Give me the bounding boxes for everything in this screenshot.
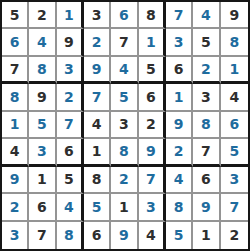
cell-r6c2[interactable]: 3	[29, 139, 56, 166]
cell-r3c5[interactable]: 4	[111, 57, 138, 84]
cell-r9c1[interactable]: 3	[2, 222, 29, 249]
cell-r5c2[interactable]: 5	[29, 112, 56, 139]
cell-r6c7[interactable]: 2	[166, 139, 193, 166]
cell-r5c5[interactable]: 3	[111, 112, 138, 139]
cell-r5c7[interactable]: 9	[166, 112, 193, 139]
cell-r3c3[interactable]: 3	[57, 57, 84, 84]
cell-r3c6[interactable]: 5	[139, 57, 166, 84]
cell-r4c7[interactable]: 1	[166, 84, 193, 111]
cell-r4c4[interactable]: 7	[84, 84, 111, 111]
cell-r9c5[interactable]: 9	[111, 222, 138, 249]
cell-r9c4[interactable]: 6	[84, 222, 111, 249]
cell-r8c3[interactable]: 4	[57, 194, 84, 221]
cell-r5c1[interactable]: 1	[2, 112, 29, 139]
cell-r5c4[interactable]: 4	[84, 112, 111, 139]
cell-r6c3[interactable]: 6	[57, 139, 84, 166]
cell-r5c9[interactable]: 6	[221, 112, 248, 139]
cell-r2c7[interactable]: 3	[166, 29, 193, 56]
cell-r6c5[interactable]: 8	[111, 139, 138, 166]
sudoku-app: 5213687496492713587839456218927561341574…	[0, 0, 250, 251]
cell-r4c5[interactable]: 5	[111, 84, 138, 111]
cell-r2c2[interactable]: 4	[29, 29, 56, 56]
cell-r7c7[interactable]: 4	[166, 167, 193, 194]
sudoku-board: 5213687496492713587839456218927561341574…	[0, 0, 250, 251]
cell-r1c5[interactable]: 6	[111, 2, 138, 29]
cell-r8c8[interactable]: 9	[193, 194, 220, 221]
cell-r8c4[interactable]: 5	[84, 194, 111, 221]
cell-r4c3[interactable]: 2	[57, 84, 84, 111]
cell-r3c9[interactable]: 1	[221, 57, 248, 84]
cell-r1c4[interactable]: 3	[84, 2, 111, 29]
cell-r2c8[interactable]: 5	[193, 29, 220, 56]
cell-r8c7[interactable]: 8	[166, 194, 193, 221]
cell-r9c3[interactable]: 8	[57, 222, 84, 249]
cell-r2c1[interactable]: 6	[2, 29, 29, 56]
cell-r2c9[interactable]: 8	[221, 29, 248, 56]
cell-r1c3[interactable]: 1	[57, 2, 84, 29]
cell-r1c7[interactable]: 7	[166, 2, 193, 29]
cell-r9c2[interactable]: 7	[29, 222, 56, 249]
cell-r7c1[interactable]: 9	[2, 167, 29, 194]
cell-r5c3[interactable]: 7	[57, 112, 84, 139]
cell-r7c6[interactable]: 7	[139, 167, 166, 194]
cell-r4c1[interactable]: 8	[2, 84, 29, 111]
cell-r7c2[interactable]: 1	[29, 167, 56, 194]
cell-r8c6[interactable]: 3	[139, 194, 166, 221]
cell-r4c6[interactable]: 6	[139, 84, 166, 111]
cell-r9c8[interactable]: 1	[193, 222, 220, 249]
cell-r7c5[interactable]: 2	[111, 167, 138, 194]
cell-r2c4[interactable]: 2	[84, 29, 111, 56]
cell-r3c8[interactable]: 2	[193, 57, 220, 84]
cell-r1c8[interactable]: 4	[193, 2, 220, 29]
cell-r4c9[interactable]: 4	[221, 84, 248, 111]
cell-r4c8[interactable]: 3	[193, 84, 220, 111]
cell-r4c2[interactable]: 9	[29, 84, 56, 111]
cell-r5c6[interactable]: 2	[139, 112, 166, 139]
cell-r9c9[interactable]: 2	[221, 222, 248, 249]
cell-r6c4[interactable]: 1	[84, 139, 111, 166]
cell-r7c4[interactable]: 8	[84, 167, 111, 194]
cell-r8c2[interactable]: 6	[29, 194, 56, 221]
cell-r3c2[interactable]: 8	[29, 57, 56, 84]
cell-r8c5[interactable]: 1	[111, 194, 138, 221]
cell-r1c2[interactable]: 2	[29, 2, 56, 29]
cell-r6c8[interactable]: 7	[193, 139, 220, 166]
cell-r1c1[interactable]: 5	[2, 2, 29, 29]
cell-r3c7[interactable]: 6	[166, 57, 193, 84]
cell-r2c3[interactable]: 9	[57, 29, 84, 56]
cell-r9c7[interactable]: 5	[166, 222, 193, 249]
cell-r8c9[interactable]: 7	[221, 194, 248, 221]
cell-r5c8[interactable]: 8	[193, 112, 220, 139]
cell-r6c6[interactable]: 9	[139, 139, 166, 166]
cell-r2c5[interactable]: 7	[111, 29, 138, 56]
cell-r3c4[interactable]: 9	[84, 57, 111, 84]
cell-r1c6[interactable]: 8	[139, 2, 166, 29]
cell-r6c9[interactable]: 5	[221, 139, 248, 166]
cell-r7c8[interactable]: 6	[193, 167, 220, 194]
cell-r3c1[interactable]: 7	[2, 57, 29, 84]
cell-r8c1[interactable]: 2	[2, 194, 29, 221]
cell-r7c3[interactable]: 5	[57, 167, 84, 194]
cell-r9c6[interactable]: 4	[139, 222, 166, 249]
cell-r6c1[interactable]: 4	[2, 139, 29, 166]
cell-r2c6[interactable]: 1	[139, 29, 166, 56]
cell-r7c9[interactable]: 3	[221, 167, 248, 194]
cell-r1c9[interactable]: 9	[221, 2, 248, 29]
